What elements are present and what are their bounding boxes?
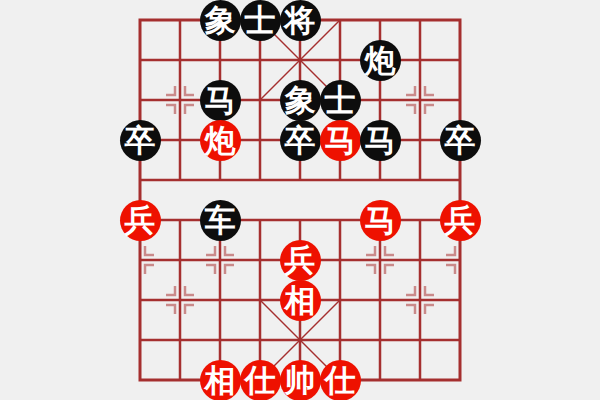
piece-black-rook[interactable]: 车 (200, 200, 241, 241)
piece-red-horse[interactable]: 马 (320, 120, 361, 161)
piece-black-pawn[interactable]: 卒 (120, 120, 161, 161)
piece-red-horse[interactable]: 马 (360, 200, 401, 241)
piece-black-cannon[interactable]: 炮 (360, 40, 401, 81)
piece-red-elephant[interactable]: 相 (280, 280, 321, 321)
piece-red-advisor[interactable]: 仕 (240, 360, 281, 400)
piece-red-pawn[interactable]: 兵 (120, 200, 161, 241)
piece-black-elephant[interactable]: 象 (200, 0, 241, 41)
xiangqi-board: 象士将炮马象士卒炮卒马马卒兵车马兵兵相相仕帅仕 (0, 0, 600, 400)
piece-red-pawn[interactable]: 兵 (440, 200, 481, 241)
piece-black-horse[interactable]: 马 (360, 120, 401, 161)
piece-black-pawn[interactable]: 卒 (440, 120, 481, 161)
piece-black-elephant[interactable]: 象 (280, 80, 321, 121)
board-intersections-grid: 象士将炮马象士卒炮卒马马卒兵车马兵兵相相仕帅仕 (120, 0, 480, 400)
piece-black-king[interactable]: 将 (280, 0, 321, 41)
piece-black-advisor[interactable]: 士 (320, 80, 361, 121)
piece-black-horse[interactable]: 马 (200, 80, 241, 121)
piece-red-cannon[interactable]: 炮 (200, 120, 241, 161)
piece-red-advisor[interactable]: 仕 (320, 360, 361, 400)
piece-black-pawn[interactable]: 卒 (280, 120, 321, 161)
piece-red-elephant[interactable]: 相 (200, 360, 241, 400)
piece-red-king[interactable]: 帅 (280, 360, 321, 400)
piece-black-advisor[interactable]: 士 (240, 0, 281, 41)
piece-red-pawn[interactable]: 兵 (280, 240, 321, 281)
